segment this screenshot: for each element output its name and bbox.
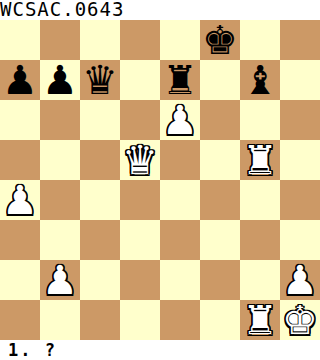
square-g3[interactable]: [240, 220, 280, 260]
square-a3[interactable]: [0, 220, 40, 260]
puzzle-title: WCSAC.0643: [0, 0, 320, 20]
square-c8[interactable]: [80, 20, 120, 60]
white-pawn-h2: ♟: [282, 260, 318, 300]
square-h7[interactable]: [280, 60, 320, 100]
white-queen-d5: ♛: [122, 140, 158, 180]
square-b6[interactable]: [40, 100, 80, 140]
square-g7[interactable]: ♝: [240, 60, 280, 100]
white-king-h1: ♚: [282, 300, 318, 340]
square-b3[interactable]: [40, 220, 80, 260]
square-f4[interactable]: [200, 180, 240, 220]
square-a8[interactable]: [0, 20, 40, 60]
square-b1[interactable]: [40, 300, 80, 340]
square-h2[interactable]: ♟: [280, 260, 320, 300]
square-c4[interactable]: [80, 180, 120, 220]
chess-board: ♚♟♟♛♜♝♟♛♜♟♟♟♜♚: [0, 20, 320, 340]
square-c1[interactable]: [80, 300, 120, 340]
square-c5[interactable]: [80, 140, 120, 180]
square-h8[interactable]: [280, 20, 320, 60]
square-h3[interactable]: [280, 220, 320, 260]
square-g5[interactable]: ♜: [240, 140, 280, 180]
square-d2[interactable]: [120, 260, 160, 300]
square-a5[interactable]: [0, 140, 40, 180]
white-rook-g5: ♜: [242, 140, 278, 180]
square-d7[interactable]: [120, 60, 160, 100]
square-f6[interactable]: [200, 100, 240, 140]
square-f2[interactable]: [200, 260, 240, 300]
white-pawn-a4: ♟: [2, 180, 38, 220]
square-f7[interactable]: [200, 60, 240, 100]
square-f8[interactable]: ♚: [200, 20, 240, 60]
square-g6[interactable]: [240, 100, 280, 140]
square-c3[interactable]: [80, 220, 120, 260]
square-e2[interactable]: [160, 260, 200, 300]
square-g1[interactable]: ♜: [240, 300, 280, 340]
black-bishop-g7: ♝: [242, 60, 278, 100]
black-king-f8: ♚: [202, 20, 238, 60]
white-pawn-b2: ♟: [42, 260, 78, 300]
white-rook-g1: ♜: [242, 300, 278, 340]
black-pawn-b7: ♟: [42, 60, 78, 100]
square-h1[interactable]: ♚: [280, 300, 320, 340]
square-g2[interactable]: [240, 260, 280, 300]
white-pawn-e6: ♟: [162, 100, 198, 140]
square-b7[interactable]: ♟: [40, 60, 80, 100]
square-b5[interactable]: [40, 140, 80, 180]
black-rook-e7: ♜: [162, 60, 198, 100]
square-b4[interactable]: [40, 180, 80, 220]
square-g8[interactable]: [240, 20, 280, 60]
square-e7[interactable]: ♜: [160, 60, 200, 100]
square-a2[interactable]: [0, 260, 40, 300]
square-e6[interactable]: ♟: [160, 100, 200, 140]
chess-program-window: WCSAC.0643 ♚♟♟♛♜♝♟♛♜♟♟♟♜♚ 1. ?: [0, 0, 320, 360]
square-d8[interactable]: [120, 20, 160, 60]
square-a6[interactable]: [0, 100, 40, 140]
square-e5[interactable]: [160, 140, 200, 180]
square-d5[interactable]: ♛: [120, 140, 160, 180]
square-b2[interactable]: ♟: [40, 260, 80, 300]
square-d4[interactable]: [120, 180, 160, 220]
square-h4[interactable]: [280, 180, 320, 220]
square-f5[interactable]: [200, 140, 240, 180]
square-d3[interactable]: [120, 220, 160, 260]
square-f1[interactable]: [200, 300, 240, 340]
square-c6[interactable]: [80, 100, 120, 140]
square-e8[interactable]: [160, 20, 200, 60]
square-d6[interactable]: [120, 100, 160, 140]
square-h5[interactable]: [280, 140, 320, 180]
square-b8[interactable]: [40, 20, 80, 60]
square-a1[interactable]: [0, 300, 40, 340]
square-c7[interactable]: ♛: [80, 60, 120, 100]
square-f3[interactable]: [200, 220, 240, 260]
square-g4[interactable]: [240, 180, 280, 220]
black-queen-c7: ♛: [82, 60, 118, 100]
move-prompt: 1. ?: [0, 340, 320, 360]
square-e4[interactable]: [160, 180, 200, 220]
square-e1[interactable]: [160, 300, 200, 340]
square-a4[interactable]: ♟: [0, 180, 40, 220]
black-pawn-a7: ♟: [2, 60, 38, 100]
square-e3[interactable]: [160, 220, 200, 260]
square-h6[interactable]: [280, 100, 320, 140]
square-a7[interactable]: ♟: [0, 60, 40, 100]
square-d1[interactable]: [120, 300, 160, 340]
square-c2[interactable]: [80, 260, 120, 300]
